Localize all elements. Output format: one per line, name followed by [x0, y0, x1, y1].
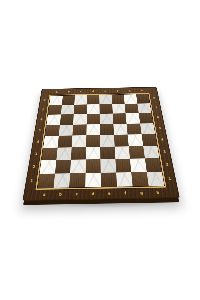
square-e5	[100, 124, 114, 135]
rank-label-3-right: 3	[162, 146, 167, 159]
square-e4	[100, 135, 114, 147]
rank-label-6-left: 6	[39, 115, 43, 125]
file-label-f-bottom: f	[117, 191, 134, 195]
square-a7	[48, 105, 62, 115]
square-d1	[85, 173, 101, 188]
file-label-h-bottom: h	[149, 190, 166, 194]
square-h8	[136, 94, 150, 103]
gold-inlay-border	[35, 93, 166, 190]
file-labels-bottom: abcdefgh	[36, 190, 167, 198]
file-label-c-bottom: c	[68, 192, 84, 196]
chessboard: abcdefgh abcdefgh 87654321 87654321	[22, 87, 179, 201]
file-label-g-top: g	[123, 89, 135, 91]
square-f3	[114, 146, 129, 159]
board-field	[37, 94, 164, 188]
product-photo-canvas: abcdefgh abcdefgh 87654321 87654321	[0, 0, 200, 300]
square-a6	[46, 114, 60, 125]
file-label-c-top: c	[75, 90, 87, 92]
rank-label-1-right: 1	[167, 172, 172, 187]
square-h1	[147, 171, 165, 186]
square-d3	[86, 147, 101, 160]
rank-label-5-right: 5	[158, 123, 162, 134]
square-f4	[114, 135, 129, 147]
square-f5	[113, 124, 127, 135]
file-label-a-bottom: a	[36, 192, 53, 196]
file-label-a-top: a	[50, 91, 62, 93]
rank-label-4-right: 4	[160, 134, 165, 146]
square-d2	[85, 159, 100, 173]
square-c3	[71, 147, 86, 160]
square-h2	[145, 158, 162, 172]
square-h4	[141, 134, 157, 146]
rank-label-6-right: 6	[156, 113, 160, 123]
file-label-e-bottom: e	[101, 191, 117, 195]
square-c6	[73, 114, 87, 125]
rank-label-3-left: 3	[34, 148, 38, 161]
square-a1	[37, 173, 54, 188]
square-b3	[56, 147, 72, 160]
square-a4	[43, 136, 58, 148]
square-h3	[143, 146, 159, 159]
square-b1	[53, 173, 70, 188]
file-label-b-bottom: b	[52, 192, 69, 196]
square-e8	[99, 95, 112, 104]
square-b7	[61, 105, 75, 115]
file-label-e-top: e	[99, 90, 111, 92]
square-e3	[100, 146, 115, 159]
rank-label-2-left: 2	[32, 160, 37, 174]
chessboard-frame: abcdefgh abcdefgh 87654321 87654321	[22, 87, 179, 201]
file-label-f-top: f	[111, 90, 123, 92]
square-b6	[60, 114, 74, 125]
square-c7	[74, 104, 87, 114]
rank-label-1-left: 1	[29, 174, 34, 189]
square-d6	[86, 114, 99, 125]
square-h6	[139, 113, 154, 123]
square-c1	[69, 173, 85, 188]
square-h7	[137, 103, 151, 113]
rank-label-7-right: 7	[154, 103, 158, 113]
square-c5	[72, 124, 86, 135]
square-d8	[87, 95, 100, 104]
rank-label-5-left: 5	[38, 125, 42, 136]
square-f7	[112, 104, 126, 114]
file-label-h-top: h	[136, 89, 149, 91]
square-e2	[100, 159, 116, 173]
square-b5	[59, 125, 73, 136]
square-f6	[113, 113, 127, 123]
file-label-d-bottom: d	[85, 192, 101, 196]
square-a2	[40, 160, 57, 174]
square-e7	[99, 104, 112, 114]
rank-label-8-right: 8	[152, 94, 156, 103]
square-c4	[72, 135, 87, 147]
square-c2	[70, 159, 86, 173]
square-f2	[115, 159, 131, 173]
rank-label-8-left: 8	[43, 96, 46, 105]
square-f8	[112, 95, 125, 104]
square-h5	[140, 123, 155, 134]
square-b4	[57, 135, 72, 147]
file-label-d-top: d	[87, 90, 99, 92]
square-d4	[86, 135, 100, 147]
rank-label-7-left: 7	[41, 105, 45, 115]
rank-label-2-right: 2	[165, 158, 170, 172]
square-a3	[41, 147, 57, 160]
square-e1	[101, 172, 117, 187]
rank-label-4-left: 4	[36, 136, 40, 148]
square-b8	[62, 95, 75, 104]
square-e6	[100, 114, 114, 125]
square-d7	[87, 104, 100, 114]
square-c8	[74, 95, 87, 104]
square-a5	[45, 125, 60, 136]
square-d5	[86, 124, 100, 135]
square-a8	[49, 96, 62, 105]
square-b2	[55, 160, 71, 174]
square-f1	[116, 172, 133, 187]
file-label-g-bottom: g	[133, 191, 150, 195]
file-label-b-top: b	[63, 90, 75, 92]
